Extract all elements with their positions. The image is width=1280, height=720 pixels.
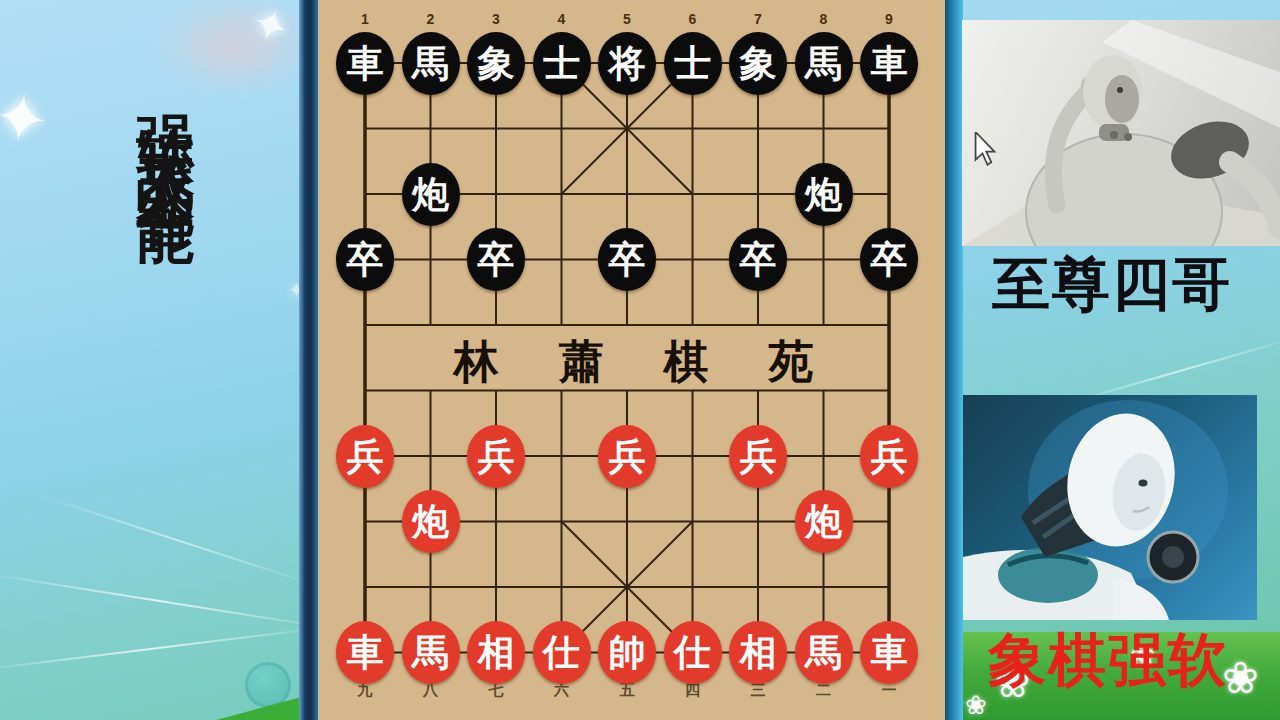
robot-photo-top	[962, 20, 1280, 246]
piece-red-帥[interactable]: 帥	[598, 621, 656, 684]
piece-black-炮[interactable]: 炮	[795, 163, 853, 226]
file-number-top-6: 6	[689, 11, 697, 27]
sparkle-icon: ✦	[0, 79, 53, 160]
piece-red-兵[interactable]: 兵	[860, 425, 918, 488]
file-number-top-8: 8	[820, 11, 828, 27]
piece-red-仕[interactable]: 仕	[664, 621, 722, 684]
file-number-top-5: 5	[623, 11, 631, 27]
file-number-top-4: 4	[558, 11, 566, 27]
piece-black-卒[interactable]: 卒	[729, 228, 787, 291]
piece-black-炮[interactable]: 炮	[402, 163, 460, 226]
robot-thinking-illustration	[962, 20, 1280, 246]
piece-red-炮[interactable]: 炮	[795, 490, 853, 553]
left-banner-title: 强软大战人工智能	[128, 68, 204, 668]
piece-red-兵[interactable]: 兵	[336, 425, 394, 488]
mouse-cursor-icon	[972, 132, 998, 166]
piece-black-将[interactable]: 将	[598, 32, 656, 95]
piece-red-仕[interactable]: 仕	[533, 621, 591, 684]
piece-red-車[interactable]: 車	[860, 621, 918, 684]
piece-black-象[interactable]: 象	[729, 32, 787, 95]
board-frame-right	[945, 0, 963, 720]
file-number-top-3: 3	[492, 11, 500, 27]
robot-photo-bottom	[963, 395, 1257, 620]
piece-red-相[interactable]: 相	[467, 621, 525, 684]
piece-black-車[interactable]: 車	[860, 32, 918, 95]
piece-black-卒[interactable]: 卒	[598, 228, 656, 291]
piece-red-兵[interactable]: 兵	[467, 425, 525, 488]
piece-red-馬[interactable]: 馬	[402, 621, 460, 684]
piece-black-車[interactable]: 車	[336, 32, 394, 95]
video-frame: ✦ ✦ ✦ ❀ ❀ ❀ ❀ 强软大战人工智能 123456789 九八七六五四三…	[0, 0, 1280, 720]
piece-red-車[interactable]: 車	[336, 621, 394, 684]
piece-red-相[interactable]: 相	[729, 621, 787, 684]
bubble-decoration	[245, 662, 291, 708]
file-number-top-2: 2	[427, 11, 435, 27]
piece-black-士[interactable]: 士	[533, 32, 591, 95]
xiangqi-board: 123456789 九八七六五四三二一 林蕭棋苑 車馬象士将士象馬車炮炮卒卒卒卒…	[318, 0, 945, 720]
piece-black-士[interactable]: 士	[664, 32, 722, 95]
piece-black-卒[interactable]: 卒	[467, 228, 525, 291]
piece-red-炮[interactable]: 炮	[402, 490, 460, 553]
board-frame-left	[299, 0, 318, 720]
file-number-top-9: 9	[885, 11, 893, 27]
piece-black-卒[interactable]: 卒	[860, 228, 918, 291]
piece-red-兵[interactable]: 兵	[729, 425, 787, 488]
file-number-top-7: 7	[754, 11, 762, 27]
piece-red-馬[interactable]: 馬	[795, 621, 853, 684]
file-number-top-1: 1	[361, 11, 369, 27]
piece-black-卒[interactable]: 卒	[336, 228, 394, 291]
piece-black-馬[interactable]: 馬	[795, 32, 853, 95]
piece-black-象[interactable]: 象	[467, 32, 525, 95]
bottom-robot-caption: 象棋强软	[958, 622, 1258, 700]
white-robot-illustration	[963, 395, 1257, 620]
piece-black-馬[interactable]: 馬	[402, 32, 460, 95]
top-robot-caption: 至尊四哥	[962, 246, 1262, 324]
pieces-layer: 車馬象士将士象馬車炮炮卒卒卒卒卒兵兵兵兵兵炮炮車馬相仕帥仕相馬車	[332, 30, 922, 685]
piece-red-兵[interactable]: 兵	[598, 425, 656, 488]
